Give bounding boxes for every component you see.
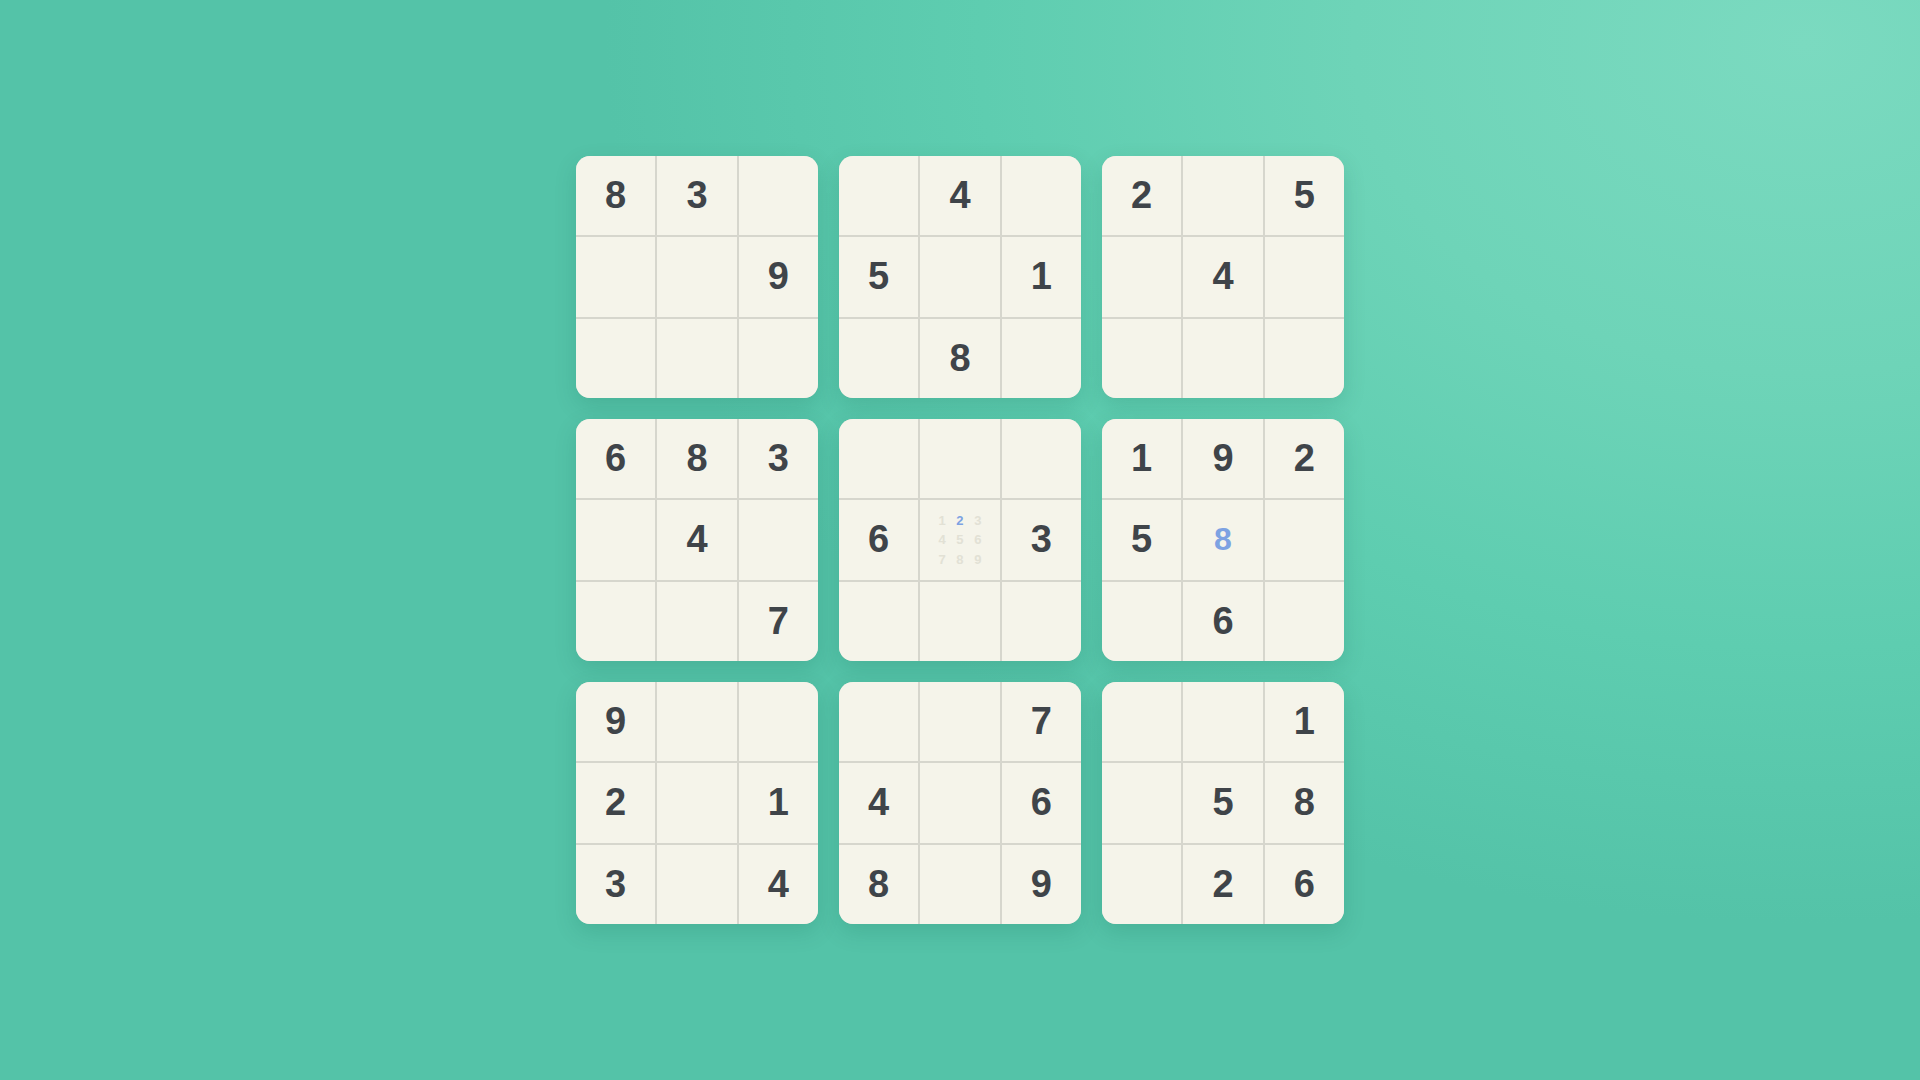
cell-r5c1[interactable] xyxy=(576,500,655,579)
cell-r8c7[interactable] xyxy=(1102,763,1181,842)
cell-r5c6[interactable]: 3 xyxy=(1002,500,1081,579)
note-candidate-2: 2 xyxy=(951,513,969,528)
cell-r4c7[interactable]: 1 xyxy=(1102,419,1181,498)
cell-r9c2[interactable] xyxy=(657,845,736,924)
cell-r2c2[interactable] xyxy=(657,237,736,316)
cell-r2c7[interactable] xyxy=(1102,237,1181,316)
box-r2c1: 68347 xyxy=(576,419,818,661)
cell-r2c8[interactable]: 4 xyxy=(1183,237,1262,316)
box-r1c1: 839 xyxy=(576,156,818,398)
cell-r7c3[interactable] xyxy=(739,682,818,761)
cell-r8c4[interactable]: 4 xyxy=(839,763,918,842)
cell-r6c6[interactable] xyxy=(1002,582,1081,661)
cell-r5c9[interactable] xyxy=(1265,500,1344,579)
note-candidate-6: 6 xyxy=(969,532,987,547)
cell-r2c5[interactable] xyxy=(920,237,999,316)
cell-r7c6[interactable]: 7 xyxy=(1002,682,1081,761)
cell-r4c6[interactable] xyxy=(1002,419,1081,498)
cell-r8c5[interactable] xyxy=(920,763,999,842)
cell-r2c1[interactable] xyxy=(576,237,655,316)
cell-r3c4[interactable] xyxy=(839,319,918,398)
cell-r9c7[interactable] xyxy=(1102,845,1181,924)
cell-r6c4[interactable] xyxy=(839,582,918,661)
cell-r9c6[interactable]: 9 xyxy=(1002,845,1081,924)
cell-r4c5[interactable] xyxy=(920,419,999,498)
cell-r7c5[interactable] xyxy=(920,682,999,761)
cell-r5c7[interactable]: 5 xyxy=(1102,500,1181,579)
cell-r1c2[interactable]: 3 xyxy=(657,156,736,235)
cell-r8c2[interactable] xyxy=(657,763,736,842)
cell-r6c1[interactable] xyxy=(576,582,655,661)
cell-r2c4[interactable]: 5 xyxy=(839,237,918,316)
cell-r1c7[interactable]: 2 xyxy=(1102,156,1181,235)
note-candidate-3: 3 xyxy=(969,513,987,528)
cell-r3c8[interactable] xyxy=(1183,319,1262,398)
note-candidate-7: 7 xyxy=(933,552,951,567)
cell-r9c9[interactable]: 6 xyxy=(1265,845,1344,924)
box-r3c1: 92134 xyxy=(576,682,818,924)
cell-r1c3[interactable] xyxy=(739,156,818,235)
cell-r4c3[interactable]: 3 xyxy=(739,419,818,498)
cell-r7c7[interactable] xyxy=(1102,682,1181,761)
cell-r8c9[interactable]: 8 xyxy=(1265,763,1344,842)
cell-r3c3[interactable] xyxy=(739,319,818,398)
cell-r3c5[interactable]: 8 xyxy=(920,319,999,398)
cell-r7c2[interactable] xyxy=(657,682,736,761)
cell-r3c7[interactable] xyxy=(1102,319,1181,398)
cell-r1c5[interactable]: 4 xyxy=(920,156,999,235)
cell-r5c5[interactable]: 123456789 xyxy=(920,500,999,579)
app-background: { "game": "Sudoku", "position": "83..4.2… xyxy=(0,0,1920,1080)
cell-r4c2[interactable]: 8 xyxy=(657,419,736,498)
box-r2c3: 192586 xyxy=(1102,419,1344,661)
box-r1c3: 254 xyxy=(1102,156,1344,398)
cell-r2c6[interactable]: 1 xyxy=(1002,237,1081,316)
cell-r4c8[interactable]: 9 xyxy=(1183,419,1262,498)
cell-r4c1[interactable]: 6 xyxy=(576,419,655,498)
cell-r3c9[interactable] xyxy=(1265,319,1344,398)
cell-r5c3[interactable] xyxy=(739,500,818,579)
box-r1c2: 4518 xyxy=(839,156,1081,398)
sudoku-board: 8394518254683476123456789319258692134746… xyxy=(576,156,1344,924)
cell-r7c8[interactable] xyxy=(1183,682,1262,761)
box-r3c2: 74689 xyxy=(839,682,1081,924)
box-r3c3: 15826 xyxy=(1102,682,1344,924)
note-candidate-1: 1 xyxy=(933,513,951,528)
note-candidate-4: 4 xyxy=(933,532,951,547)
cell-r1c1[interactable]: 8 xyxy=(576,156,655,235)
cell-r8c3[interactable]: 1 xyxy=(739,763,818,842)
cell-r9c1[interactable]: 3 xyxy=(576,845,655,924)
cell-r4c9[interactable]: 2 xyxy=(1265,419,1344,498)
cell-r7c9[interactable]: 1 xyxy=(1265,682,1344,761)
cell-r8c6[interactable]: 6 xyxy=(1002,763,1081,842)
cell-r9c8[interactable]: 2 xyxy=(1183,845,1262,924)
cell-r3c1[interactable] xyxy=(576,319,655,398)
cell-r6c7[interactable] xyxy=(1102,582,1181,661)
note-candidate-5: 5 xyxy=(951,532,969,547)
cell-r7c1[interactable]: 9 xyxy=(576,682,655,761)
cell-r6c8[interactable]: 6 xyxy=(1183,582,1262,661)
cell-r3c2[interactable] xyxy=(657,319,736,398)
cell-r6c5[interactable] xyxy=(920,582,999,661)
cell-r2c3[interactable]: 9 xyxy=(739,237,818,316)
cell-r6c9[interactable] xyxy=(1265,582,1344,661)
cell-r1c8[interactable] xyxy=(1183,156,1262,235)
cell-r1c9[interactable]: 5 xyxy=(1265,156,1344,235)
cell-r6c2[interactable] xyxy=(657,582,736,661)
cell-r9c4[interactable]: 8 xyxy=(839,845,918,924)
cell-r7c4[interactable] xyxy=(839,682,918,761)
note-candidate-9: 9 xyxy=(969,552,987,567)
cell-r6c3[interactable]: 7 xyxy=(739,582,818,661)
cell-r1c4[interactable] xyxy=(839,156,918,235)
cell-r1c6[interactable] xyxy=(1002,156,1081,235)
cell-r9c5[interactable] xyxy=(920,845,999,924)
cell-r8c1[interactable]: 2 xyxy=(576,763,655,842)
cell-r5c8[interactable]: 8 xyxy=(1183,500,1262,579)
cell-r5c4[interactable]: 6 xyxy=(839,500,918,579)
box-r2c2: 61234567893 xyxy=(839,419,1081,661)
note-candidate-8: 8 xyxy=(951,552,969,567)
cell-r2c9[interactable] xyxy=(1265,237,1344,316)
cell-r9c3[interactable]: 4 xyxy=(739,845,818,924)
cell-r5c2[interactable]: 4 xyxy=(657,500,736,579)
cell-r3c6[interactable] xyxy=(1002,319,1081,398)
cell-r4c4[interactable] xyxy=(839,419,918,498)
cell-r8c8[interactable]: 5 xyxy=(1183,763,1262,842)
